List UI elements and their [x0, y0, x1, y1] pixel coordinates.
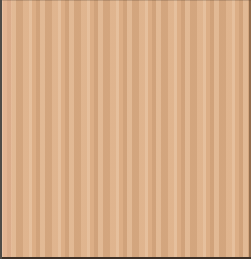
gomoku-board[interactable] [0, 0, 251, 259]
